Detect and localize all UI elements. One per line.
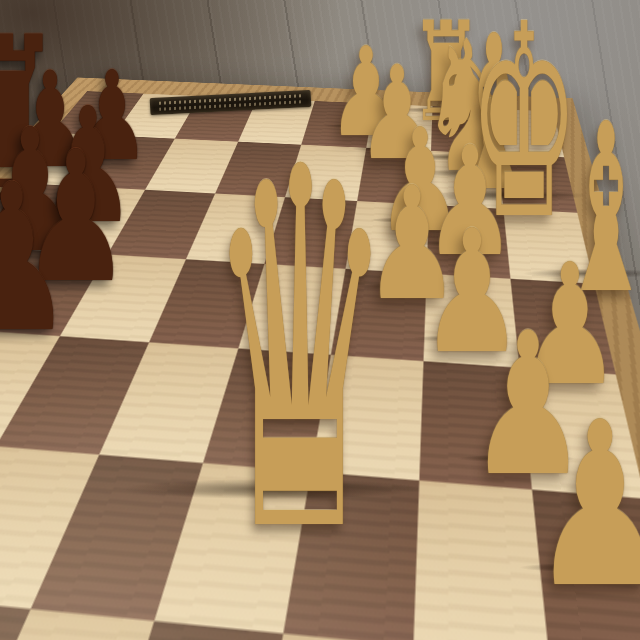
square-g4 xyxy=(419,361,531,488)
chess-photo-scene: chess ♟♟♟♝♟♟♟♟♛♟♜♟♟♟♟♟♟♟♜♞♝♚ xyxy=(0,0,640,640)
board-grid xyxy=(0,91,640,640)
square-e8 xyxy=(301,101,373,147)
square-h3 xyxy=(531,488,640,640)
square-g5 xyxy=(424,273,519,368)
square-g6 xyxy=(427,205,510,278)
square-h5 xyxy=(510,278,616,374)
square-g8 xyxy=(431,106,497,154)
square-h7 xyxy=(497,154,577,213)
square-f5 xyxy=(330,268,427,361)
square-f6 xyxy=(345,201,429,273)
chess-board xyxy=(0,77,640,640)
square-h6 xyxy=(503,209,594,283)
square-g7 xyxy=(429,151,503,209)
square-h8 xyxy=(493,109,565,157)
square-g3 xyxy=(413,479,548,640)
square-f7 xyxy=(357,147,431,204)
square-h4 xyxy=(519,368,640,498)
square-f8 xyxy=(366,104,433,151)
square-f4 xyxy=(310,355,423,480)
